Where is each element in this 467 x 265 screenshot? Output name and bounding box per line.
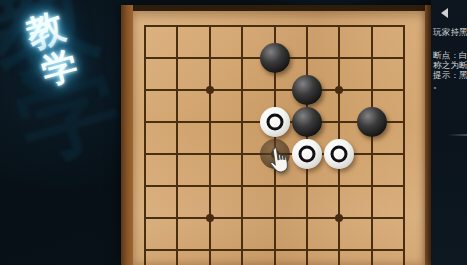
- star-point: [206, 214, 214, 222]
- grid-line-horizontal: [144, 249, 405, 251]
- grid-line-vertical: [371, 25, 373, 265]
- tutorial-text-line: 提示：黑: [433, 70, 467, 80]
- circle-marker-icon: [331, 146, 348, 163]
- tutorial-info-panel: 玩家持黑棋 断点：白 称之为断 提示：黑 。: [431, 0, 467, 265]
- grid-line-vertical: [176, 25, 178, 265]
- grid-line-vertical: [403, 25, 405, 265]
- collapse-panel-icon[interactable]: [441, 8, 448, 18]
- black-stone: [357, 107, 387, 137]
- circle-marker-icon: [266, 114, 283, 131]
- grid-line-vertical: [209, 25, 211, 265]
- tutorial-text-line: 。: [433, 80, 442, 90]
- grid-line-horizontal: [144, 217, 405, 219]
- white-stone-marked: [292, 139, 322, 169]
- star-point: [206, 86, 214, 94]
- black-stone: [292, 107, 322, 137]
- circle-marker-icon: [299, 146, 316, 163]
- tutorial-banner: 教 学 教 学: [0, 0, 120, 265]
- grid-line-vertical: [241, 25, 243, 265]
- tutorial-text-line: 断点：白: [433, 50, 467, 60]
- white-stone-marked: [260, 107, 290, 137]
- panel-divider: [448, 134, 467, 136]
- tutorial-text-line: 称之为断: [433, 60, 467, 70]
- board-edge-left: [121, 5, 133, 265]
- tutorial-text-line: 玩家持黑棋: [433, 27, 467, 37]
- black-stone: [260, 43, 290, 73]
- game-screen: 教 学 教 学 玩家持黑棋 断点：白 称之为断 提示：黑 。: [0, 0, 467, 265]
- black-stone: [292, 75, 322, 105]
- pointer-hand-cursor: [266, 146, 293, 177]
- grid-line-horizontal: [144, 185, 405, 187]
- grid-line-vertical: [144, 25, 146, 265]
